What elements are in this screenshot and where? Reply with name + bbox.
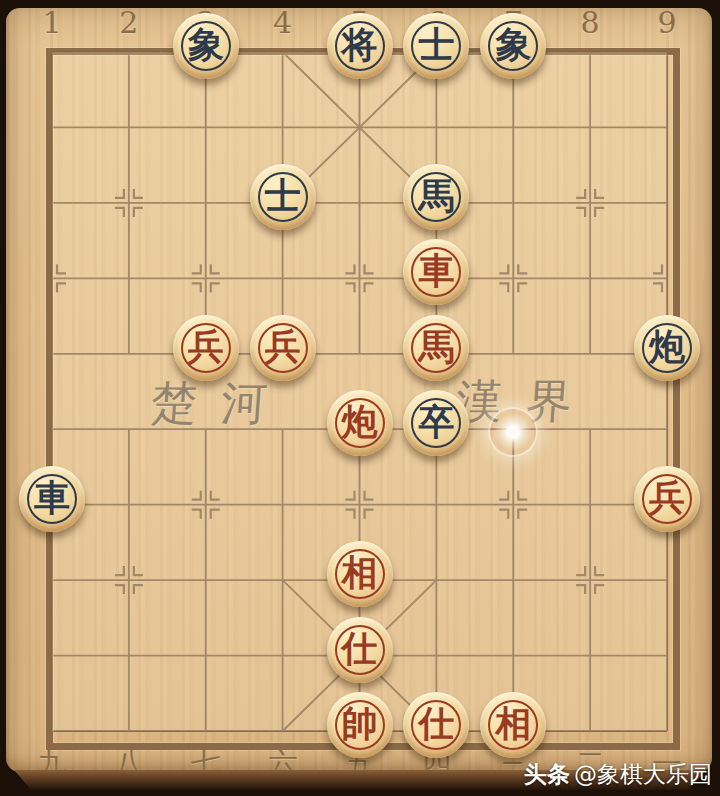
top-coord-9: 9 xyxy=(657,8,676,38)
piece-black-士[interactable]: 士 xyxy=(403,13,469,79)
piece-ring: 相 xyxy=(335,549,385,599)
top-coord-4: 4 xyxy=(273,8,292,38)
piece-ring: 車 xyxy=(411,247,461,297)
piece-glyph: 相 xyxy=(342,555,378,591)
piece-glyph: 炮 xyxy=(649,329,685,365)
piece-black-車[interactable]: 車 xyxy=(19,466,85,532)
piece-glyph: 兵 xyxy=(649,480,685,516)
piece-red-馬[interactable]: 馬 xyxy=(403,315,469,381)
piece-red-仕[interactable]: 仕 xyxy=(403,692,469,758)
piece-ring: 炮 xyxy=(642,323,692,373)
piece-ring: 士 xyxy=(411,21,461,71)
tap-highlight-indicator xyxy=(488,407,538,457)
piece-glyph: 相 xyxy=(495,706,531,742)
piece-ring: 兵 xyxy=(258,323,308,373)
top-coord-8: 8 xyxy=(581,8,600,38)
piece-black-象[interactable]: 象 xyxy=(480,13,546,79)
piece-black-将[interactable]: 将 xyxy=(327,13,393,79)
piece-glyph: 象 xyxy=(495,27,531,63)
piece-glyph: 車 xyxy=(34,480,70,516)
piece-glyph: 士 xyxy=(265,178,301,214)
piece-red-車[interactable]: 車 xyxy=(403,239,469,305)
piece-red-炮[interactable]: 炮 xyxy=(327,390,393,456)
piece-red-兵[interactable]: 兵 xyxy=(634,466,700,532)
piece-ring: 仕 xyxy=(411,700,461,750)
piece-ring: 馬 xyxy=(411,172,461,222)
piece-red-相[interactable]: 相 xyxy=(327,541,393,607)
piece-black-炮[interactable]: 炮 xyxy=(634,315,700,381)
piece-black-卒[interactable]: 卒 xyxy=(403,390,469,456)
piece-ring: 象 xyxy=(488,21,538,71)
piece-glyph: 馬 xyxy=(418,329,454,365)
piece-glyph: 象 xyxy=(188,27,224,63)
piece-black-象[interactable]: 象 xyxy=(173,13,239,79)
piece-ring: 馬 xyxy=(411,323,461,373)
piece-red-帥[interactable]: 帥 xyxy=(327,692,393,758)
piece-ring: 帥 xyxy=(335,700,385,750)
top-coord-1: 1 xyxy=(42,8,61,38)
piece-glyph: 兵 xyxy=(265,329,301,365)
top-coord-2: 2 xyxy=(119,8,138,38)
watermark-prefix: 头条 xyxy=(524,761,570,787)
piece-red-相[interactable]: 相 xyxy=(480,692,546,758)
piece-black-馬[interactable]: 馬 xyxy=(403,164,469,230)
piece-black-士[interactable]: 士 xyxy=(250,164,316,230)
piece-glyph: 仕 xyxy=(342,631,378,667)
piece-ring: 象 xyxy=(181,21,231,71)
piece-glyph: 兵 xyxy=(188,329,224,365)
piece-ring: 炮 xyxy=(335,398,385,448)
piece-ring: 士 xyxy=(258,172,308,222)
piece-ring: 将 xyxy=(335,21,385,71)
piece-ring: 兵 xyxy=(181,323,231,373)
piece-red-兵[interactable]: 兵 xyxy=(250,315,316,381)
piece-ring: 卒 xyxy=(411,398,461,448)
piece-red-仕[interactable]: 仕 xyxy=(327,617,393,683)
piece-ring: 車 xyxy=(27,474,77,524)
piece-ring: 相 xyxy=(488,700,538,750)
watermark-handle: @象棋大乐园 xyxy=(574,761,712,787)
piece-glyph: 馬 xyxy=(418,178,454,214)
piece-ring: 仕 xyxy=(335,625,385,675)
piece-glyph: 卒 xyxy=(418,404,454,440)
river-text-chuhe: 楚河 xyxy=(149,380,292,426)
piece-glyph: 仕 xyxy=(418,706,454,742)
piece-glyph: 帥 xyxy=(342,706,378,742)
piece-glyph: 士 xyxy=(418,27,454,63)
watermark: 头条@象棋大乐园 xyxy=(524,761,712,789)
piece-glyph: 炮 xyxy=(342,404,378,440)
piece-glyph: 将 xyxy=(342,27,378,63)
piece-ring: 兵 xyxy=(642,474,692,524)
piece-glyph: 車 xyxy=(418,253,454,289)
piece-red-兵[interactable]: 兵 xyxy=(173,315,239,381)
